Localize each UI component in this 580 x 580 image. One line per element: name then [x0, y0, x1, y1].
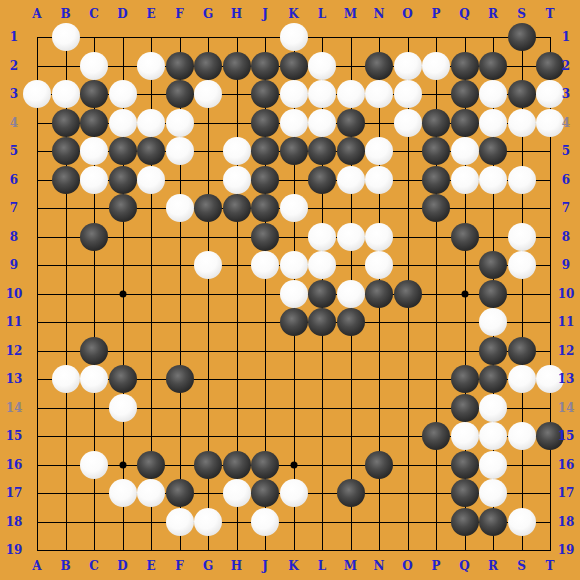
black-stone[interactable]	[508, 337, 536, 365]
black-stone[interactable]	[137, 137, 165, 165]
white-stone[interactable]	[280, 280, 308, 308]
black-stone[interactable]	[223, 194, 251, 222]
white-stone[interactable]	[137, 52, 165, 80]
row-label-left: 14	[6, 402, 23, 414]
white-stone[interactable]	[280, 23, 308, 51]
row-label-left: 4	[10, 117, 18, 129]
white-stone[interactable]	[308, 80, 336, 108]
row-label-right: 18	[558, 516, 575, 528]
row-label-left: 16	[6, 459, 23, 471]
black-stone[interactable]	[337, 308, 365, 336]
black-stone[interactable]	[52, 109, 80, 137]
column-label-bottom: B	[60, 560, 70, 572]
white-stone[interactable]	[451, 166, 479, 194]
row-label-left: 11	[6, 316, 23, 328]
column-label-bottom: P	[431, 560, 440, 572]
black-stone[interactable]	[451, 394, 479, 422]
column-label-top: C	[89, 8, 99, 20]
black-stone[interactable]	[451, 451, 479, 479]
column-label-top: G	[203, 8, 213, 20]
white-stone[interactable]	[52, 80, 80, 108]
white-stone[interactable]	[308, 251, 336, 279]
white-stone[interactable]	[508, 109, 536, 137]
black-stone[interactable]	[451, 80, 479, 108]
column-label-top: F	[175, 8, 184, 20]
white-stone[interactable]	[508, 365, 536, 393]
white-stone[interactable]	[365, 166, 393, 194]
row-label-right: 7	[562, 202, 570, 214]
white-stone[interactable]	[80, 137, 108, 165]
column-label-bottom: G	[203, 560, 213, 572]
row-label-right: 2	[562, 60, 570, 72]
row-label-right: 6	[562, 174, 570, 186]
row-label-left: 15	[6, 430, 23, 442]
white-stone[interactable]	[337, 166, 365, 194]
black-stone[interactable]	[280, 308, 308, 336]
row-label-right: 19	[558, 544, 575, 556]
black-stone[interactable]	[109, 137, 137, 165]
black-stone[interactable]	[194, 52, 222, 80]
white-stone[interactable]	[422, 52, 450, 80]
row-label-left: 3	[10, 88, 18, 100]
black-stone[interactable]	[422, 109, 450, 137]
black-stone[interactable]	[52, 137, 80, 165]
black-stone[interactable]	[365, 451, 393, 479]
row-label-left: 1	[10, 31, 18, 43]
row-label-right: 1	[562, 31, 570, 43]
black-stone[interactable]	[280, 137, 308, 165]
black-stone[interactable]	[451, 223, 479, 251]
black-stone[interactable]	[451, 365, 479, 393]
white-stone[interactable]	[308, 223, 336, 251]
white-stone[interactable]	[109, 109, 137, 137]
row-label-left: 18	[6, 516, 23, 528]
black-stone[interactable]	[166, 365, 194, 393]
stone-grid[interactable]	[23, 23, 565, 565]
black-stone[interactable]	[80, 109, 108, 137]
row-label-right: 16	[558, 459, 575, 471]
column-label-bottom: A	[32, 560, 41, 572]
white-stone[interactable]	[137, 166, 165, 194]
white-stone[interactable]	[365, 251, 393, 279]
column-label-bottom: S	[517, 560, 526, 572]
column-label-bottom: D	[117, 560, 127, 572]
white-stone[interactable]	[479, 479, 507, 507]
white-stone[interactable]	[536, 109, 564, 137]
black-stone[interactable]	[109, 365, 137, 393]
white-stone[interactable]	[223, 166, 251, 194]
white-stone[interactable]	[479, 422, 507, 450]
white-stone[interactable]	[280, 194, 308, 222]
black-stone[interactable]	[479, 508, 507, 536]
black-stone[interactable]	[394, 280, 422, 308]
row-label-right: 9	[562, 259, 570, 271]
row-label-left: 5	[10, 145, 18, 157]
row-label-left: 8	[10, 231, 18, 243]
white-stone[interactable]	[508, 166, 536, 194]
black-stone[interactable]	[308, 137, 336, 165]
black-stone[interactable]	[80, 80, 108, 108]
black-stone[interactable]	[422, 194, 450, 222]
black-stone[interactable]	[479, 52, 507, 80]
row-label-left: 10	[6, 288, 23, 300]
column-label-bottom: O	[402, 560, 412, 572]
black-stone[interactable]	[251, 137, 279, 165]
black-stone[interactable]	[251, 194, 279, 222]
goban[interactable]: AABBCCDDEEFFGGHHJJKKLLMMNNOOPPQQRRSSTT11…	[0, 0, 580, 580]
column-label-top: Q	[459, 8, 469, 20]
white-stone[interactable]	[52, 365, 80, 393]
column-label-top: A	[32, 8, 41, 20]
white-stone[interactable]	[80, 451, 108, 479]
white-stone[interactable]	[280, 251, 308, 279]
white-stone[interactable]	[80, 166, 108, 194]
white-stone[interactable]	[479, 451, 507, 479]
black-stone[interactable]	[479, 280, 507, 308]
black-stone[interactable]	[508, 23, 536, 51]
black-stone[interactable]	[422, 166, 450, 194]
white-stone[interactable]	[451, 422, 479, 450]
column-label-bottom: C	[89, 560, 99, 572]
white-stone[interactable]	[137, 109, 165, 137]
black-stone[interactable]	[166, 80, 194, 108]
row-label-left: 6	[10, 174, 18, 186]
row-label-right: 12	[558, 345, 575, 357]
column-label-top: B	[60, 8, 70, 20]
black-stone[interactable]	[308, 280, 336, 308]
column-label-top: T	[546, 8, 555, 20]
column-label-top: H	[231, 8, 242, 20]
white-stone[interactable]	[52, 23, 80, 51]
column-label-top: D	[117, 8, 127, 20]
black-stone[interactable]	[337, 137, 365, 165]
white-stone[interactable]	[479, 166, 507, 194]
row-label-right: 15	[558, 430, 575, 442]
black-stone[interactable]	[137, 451, 165, 479]
white-stone[interactable]	[394, 52, 422, 80]
white-stone[interactable]	[109, 479, 137, 507]
black-stone[interactable]	[479, 251, 507, 279]
white-stone[interactable]	[451, 137, 479, 165]
black-stone[interactable]	[308, 308, 336, 336]
white-stone[interactable]	[508, 422, 536, 450]
black-stone[interactable]	[80, 337, 108, 365]
black-stone[interactable]	[251, 166, 279, 194]
white-stone[interactable]	[479, 109, 507, 137]
row-label-left: 19	[6, 544, 23, 556]
black-stone[interactable]	[451, 508, 479, 536]
black-stone[interactable]	[280, 52, 308, 80]
white-stone[interactable]	[508, 223, 536, 251]
row-label-right: 17	[558, 487, 575, 499]
white-stone[interactable]	[280, 109, 308, 137]
row-label-left: 12	[6, 345, 23, 357]
row-label-left: 9	[10, 259, 18, 271]
white-stone[interactable]	[337, 80, 365, 108]
black-stone[interactable]	[479, 337, 507, 365]
white-stone[interactable]	[251, 251, 279, 279]
column-label-bottom: E	[146, 560, 155, 572]
column-label-top: N	[374, 8, 385, 20]
black-stone[interactable]	[251, 52, 279, 80]
white-stone[interactable]	[280, 80, 308, 108]
black-stone[interactable]	[337, 479, 365, 507]
row-label-right: 3	[562, 88, 570, 100]
white-stone[interactable]	[536, 80, 564, 108]
column-label-top: S	[517, 8, 526, 20]
white-stone[interactable]	[166, 194, 194, 222]
row-label-left: 13	[6, 373, 23, 385]
black-stone[interactable]	[194, 451, 222, 479]
white-stone[interactable]	[479, 80, 507, 108]
column-label-bottom: N	[374, 560, 385, 572]
column-label-top: L	[318, 8, 326, 20]
column-label-top: M	[344, 8, 357, 20]
white-stone[interactable]	[80, 365, 108, 393]
white-stone[interactable]	[166, 109, 194, 137]
black-stone[interactable]	[508, 80, 536, 108]
black-stone[interactable]	[479, 137, 507, 165]
black-stone[interactable]	[251, 80, 279, 108]
column-label-top: R	[488, 8, 498, 20]
white-stone[interactable]	[194, 251, 222, 279]
column-label-bottom: K	[288, 560, 298, 572]
white-stone[interactable]	[194, 80, 222, 108]
white-stone[interactable]	[280, 479, 308, 507]
black-stone[interactable]	[166, 52, 194, 80]
white-stone[interactable]	[251, 508, 279, 536]
column-label-top: E	[146, 8, 155, 20]
white-stone[interactable]	[394, 109, 422, 137]
column-label-bottom: R	[488, 560, 498, 572]
row-label-left: 17	[6, 487, 23, 499]
row-label-right: 5	[562, 145, 570, 157]
black-stone[interactable]	[80, 223, 108, 251]
row-label-left: 7	[10, 202, 18, 214]
black-stone[interactable]	[223, 451, 251, 479]
white-stone[interactable]	[365, 223, 393, 251]
black-stone[interactable]	[223, 52, 251, 80]
white-stone[interactable]	[80, 52, 108, 80]
column-label-bottom: Q	[459, 560, 469, 572]
column-label-top: J	[262, 8, 268, 20]
row-label-right: 14	[558, 402, 575, 414]
white-stone[interactable]	[166, 137, 194, 165]
go-board-app: AABBCCDDEEFFGGHHJJKKLLMMNNOOPPQQRRSSTT11…	[0, 0, 580, 580]
black-stone[interactable]	[337, 109, 365, 137]
column-label-bottom: H	[231, 560, 242, 572]
row-label-right: 8	[562, 231, 570, 243]
black-stone[interactable]	[451, 109, 479, 137]
black-stone[interactable]	[251, 451, 279, 479]
black-stone[interactable]	[166, 479, 194, 507]
white-stone[interactable]	[479, 394, 507, 422]
column-label-bottom: M	[344, 560, 357, 572]
white-stone[interactable]	[479, 308, 507, 336]
black-stone[interactable]	[479, 365, 507, 393]
white-stone[interactable]	[109, 394, 137, 422]
white-stone[interactable]	[337, 223, 365, 251]
white-stone[interactable]	[23, 80, 51, 108]
black-stone[interactable]	[365, 52, 393, 80]
black-stone[interactable]	[251, 479, 279, 507]
row-label-right: 11	[558, 316, 575, 328]
white-stone[interactable]	[508, 508, 536, 536]
column-label-bottom: J	[262, 560, 268, 572]
white-stone[interactable]	[508, 251, 536, 279]
black-stone[interactable]	[451, 52, 479, 80]
white-stone[interactable]	[109, 80, 137, 108]
white-stone[interactable]	[137, 479, 165, 507]
black-stone[interactable]	[109, 194, 137, 222]
white-stone[interactable]	[337, 280, 365, 308]
column-label-top: P	[431, 8, 440, 20]
black-stone[interactable]	[451, 479, 479, 507]
black-stone[interactable]	[308, 166, 336, 194]
black-stone[interactable]	[422, 137, 450, 165]
black-stone[interactable]	[365, 280, 393, 308]
white-stone[interactable]	[394, 80, 422, 108]
white-stone[interactable]	[223, 479, 251, 507]
row-label-right: 13	[558, 373, 575, 385]
white-stone[interactable]	[223, 137, 251, 165]
black-stone[interactable]	[536, 52, 564, 80]
black-stone[interactable]	[251, 109, 279, 137]
white-stone[interactable]	[166, 508, 194, 536]
column-label-bottom: F	[175, 560, 184, 572]
white-stone[interactable]	[308, 109, 336, 137]
column-label-top: K	[288, 8, 298, 20]
column-label-top: O	[402, 8, 412, 20]
row-label-right: 4	[562, 117, 570, 129]
black-stone[interactable]	[52, 166, 80, 194]
row-label-left: 2	[10, 60, 18, 72]
white-stone[interactable]	[365, 80, 393, 108]
black-stone[interactable]	[251, 223, 279, 251]
black-stone[interactable]	[194, 194, 222, 222]
black-stone[interactable]	[422, 422, 450, 450]
white-stone[interactable]	[308, 52, 336, 80]
column-label-bottom: T	[546, 560, 555, 572]
white-stone[interactable]	[365, 137, 393, 165]
column-label-bottom: L	[318, 560, 326, 572]
black-stone[interactable]	[109, 166, 137, 194]
white-stone[interactable]	[194, 508, 222, 536]
row-label-right: 10	[558, 288, 575, 300]
